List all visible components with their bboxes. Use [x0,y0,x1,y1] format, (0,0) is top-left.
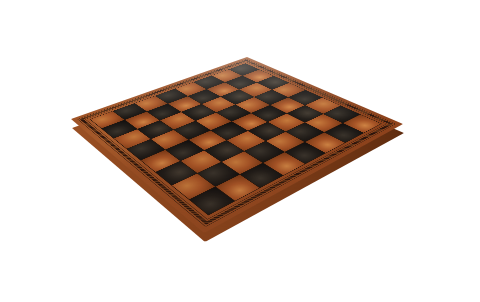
chessboard [71,57,403,233]
product-photo-scene [0,0,480,302]
board-grid [90,63,382,215]
